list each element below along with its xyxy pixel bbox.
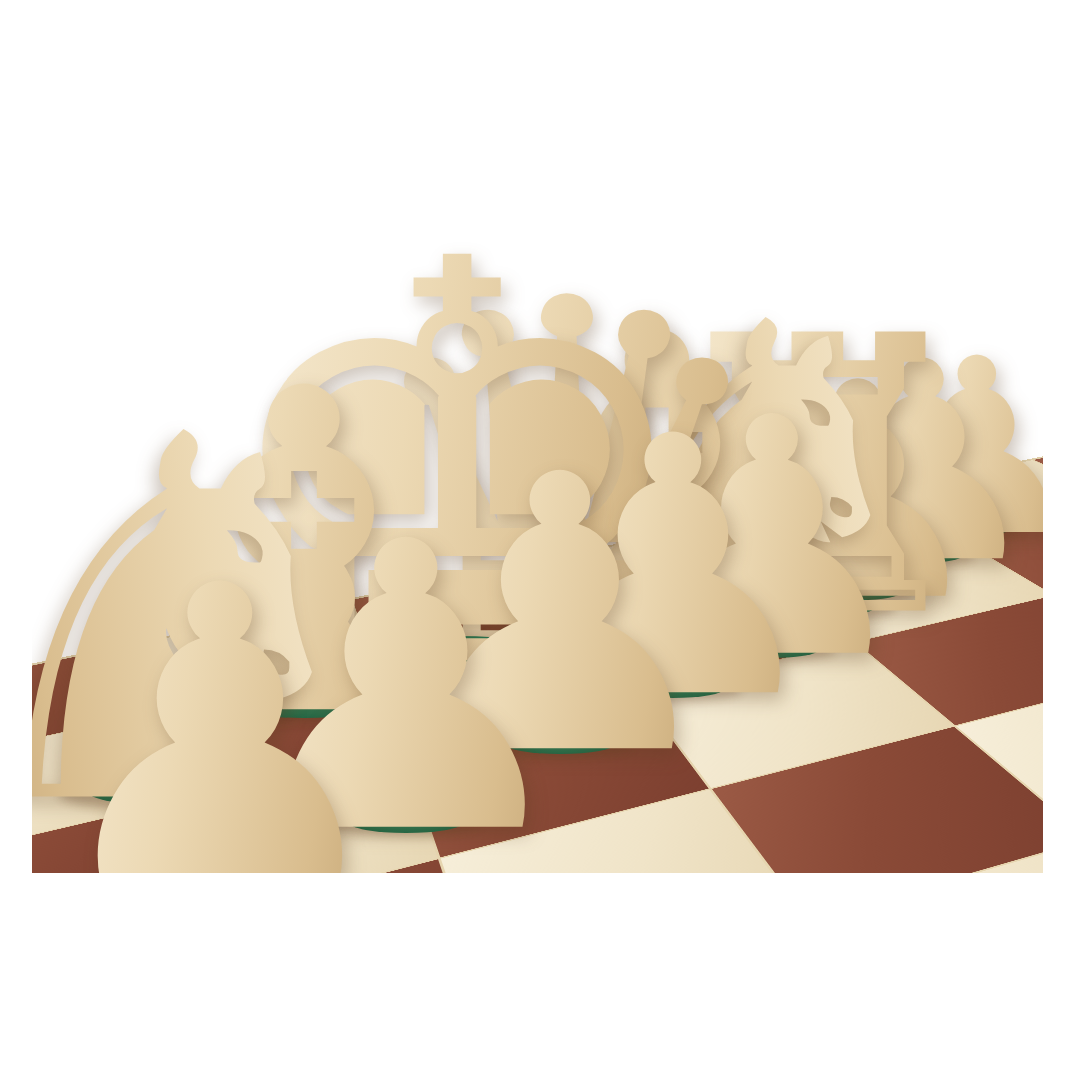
board-layer [32,228,1043,873]
chess-set-product-photo: ♞♝♚♛♝♞♜♟♟♟♟♟♟♟♟ [0,0,1080,1080]
chess-board [32,429,1043,873]
photo-area: ♞♝♚♛♝♞♜♟♟♟♟♟♟♟♟ [32,228,1043,873]
board-perspective-wrapper [32,228,1043,873]
